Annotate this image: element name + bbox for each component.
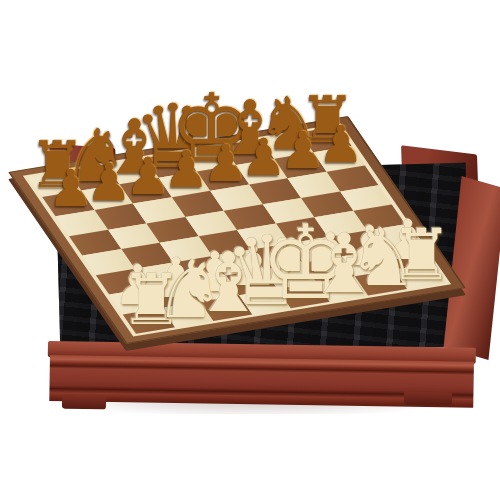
chess-set-product-photo: ♜♞♝♛♚♝♞♜♟♟♟♟♟♟♟♟♟♟♟♟♟♟♟♟♜♞♝♛♚♝♞♜	[0, 0, 500, 500]
box-left-foot	[62, 396, 106, 410]
piece-black-pawn[interactable]: ♟	[318, 119, 364, 170]
piece-white-rook[interactable]: ♜	[390, 220, 453, 290]
box-right-foot	[404, 392, 452, 406]
